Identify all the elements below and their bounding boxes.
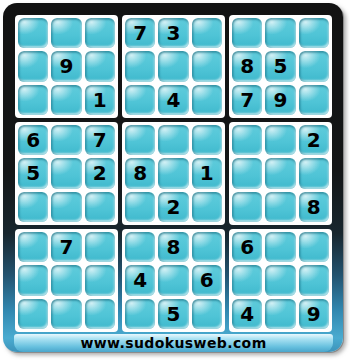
- cell-r7c9[interactable]: [299, 232, 329, 262]
- cell-r3c1[interactable]: [18, 85, 48, 115]
- cell-r3c7[interactable]: 7: [232, 85, 262, 115]
- footer-bar: www.sudokusweb.com: [14, 334, 333, 352]
- cell-r8c1[interactable]: [18, 265, 48, 295]
- cell-r2c1[interactable]: [18, 51, 48, 81]
- cell-r3c6[interactable]: [192, 85, 222, 115]
- cell-r8c8[interactable]: [265, 265, 295, 295]
- given-digit: 2: [167, 197, 181, 217]
- cell-r7c3[interactable]: [85, 232, 115, 262]
- cell-r3c5[interactable]: 4: [158, 85, 188, 115]
- given-digit: 8: [167, 237, 181, 257]
- cell-r1c8[interactable]: [265, 18, 295, 48]
- cell-r8c7[interactable]: [232, 265, 262, 295]
- given-digit: 1: [93, 90, 107, 110]
- cell-r4c8[interactable]: [265, 125, 295, 155]
- box-2: 734: [122, 15, 225, 118]
- cell-r6c9[interactable]: 8: [299, 192, 329, 222]
- cell-r9c4[interactable]: [125, 299, 155, 329]
- cell-r7c8[interactable]: [265, 232, 295, 262]
- cell-r2c7[interactable]: 8: [232, 51, 262, 81]
- cell-r1c9[interactable]: [299, 18, 329, 48]
- cell-r9c7[interactable]: 4: [232, 299, 262, 329]
- cell-r2c4[interactable]: [125, 51, 155, 81]
- given-digit: 4: [133, 270, 147, 290]
- cell-r3c3[interactable]: 1: [85, 85, 115, 115]
- box-1: 91: [15, 15, 118, 118]
- cell-r6c2[interactable]: [51, 192, 81, 222]
- cell-r1c2[interactable]: [51, 18, 81, 48]
- cell-r4c7[interactable]: [232, 125, 262, 155]
- given-digit: 4: [167, 90, 181, 110]
- cell-r8c2[interactable]: [51, 265, 81, 295]
- cell-r1c6[interactable]: [192, 18, 222, 48]
- cell-r7c7[interactable]: 6: [232, 232, 262, 262]
- cell-r3c2[interactable]: [51, 85, 81, 115]
- cell-r1c3[interactable]: [85, 18, 115, 48]
- box-7: 7: [15, 229, 118, 332]
- box-9: 649: [229, 229, 332, 332]
- cell-r6c5[interactable]: 2: [158, 192, 188, 222]
- given-digit: 9: [274, 90, 288, 110]
- cell-r5c3[interactable]: 2: [85, 158, 115, 188]
- given-digit: 2: [307, 130, 321, 150]
- given-digit: 4: [240, 304, 254, 324]
- cell-r5c7[interactable]: [232, 158, 262, 188]
- cell-r3c9[interactable]: [299, 85, 329, 115]
- cell-r8c4[interactable]: 4: [125, 265, 155, 295]
- cell-r1c4[interactable]: 7: [125, 18, 155, 48]
- cell-r5c8[interactable]: [265, 158, 295, 188]
- box-6: 28: [229, 122, 332, 225]
- sudoku-frame: 91734857967528122878465649 www.sudokuswe…: [3, 3, 343, 352]
- cell-r5c5[interactable]: [158, 158, 188, 188]
- cell-r5c4[interactable]: 8: [125, 158, 155, 188]
- cell-r6c4[interactable]: [125, 192, 155, 222]
- given-digit: 5: [26, 163, 40, 183]
- cell-r2c6[interactable]: [192, 51, 222, 81]
- cell-r8c5[interactable]: [158, 265, 188, 295]
- cell-r1c1[interactable]: [18, 18, 48, 48]
- box-5: 812: [122, 122, 225, 225]
- cell-r9c5[interactable]: 5: [158, 299, 188, 329]
- given-digit: 6: [240, 237, 254, 257]
- cell-r6c7[interactable]: [232, 192, 262, 222]
- cell-r9c3[interactable]: [85, 299, 115, 329]
- box-3: 8579: [229, 15, 332, 118]
- cell-r6c1[interactable]: [18, 192, 48, 222]
- cell-r4c2[interactable]: [51, 125, 81, 155]
- cell-r4c6[interactable]: [192, 125, 222, 155]
- cell-r9c8[interactable]: [265, 299, 295, 329]
- page: { "game": "sudoku", "position": "...73..…: [0, 0, 350, 360]
- cell-r2c2[interactable]: 9: [51, 51, 81, 81]
- cell-r8c6[interactable]: 6: [192, 265, 222, 295]
- given-digit: 1: [200, 163, 214, 183]
- cell-r9c1[interactable]: [18, 299, 48, 329]
- cell-r2c5[interactable]: [158, 51, 188, 81]
- site-url[interactable]: www.sudokusweb.com: [80, 335, 266, 351]
- cell-r9c6[interactable]: [192, 299, 222, 329]
- cell-r1c5[interactable]: 3: [158, 18, 188, 48]
- given-digit: 3: [167, 23, 181, 43]
- cell-r7c2[interactable]: 7: [51, 232, 81, 262]
- cell-r4c4[interactable]: [125, 125, 155, 155]
- cell-r5c6[interactable]: 1: [192, 158, 222, 188]
- cell-r8c9[interactable]: [299, 265, 329, 295]
- cell-r7c6[interactable]: [192, 232, 222, 262]
- cell-r7c4[interactable]: [125, 232, 155, 262]
- given-digit: 9: [307, 304, 321, 324]
- cell-r6c8[interactable]: [265, 192, 295, 222]
- cell-r9c2[interactable]: [51, 299, 81, 329]
- given-digit: 5: [167, 304, 181, 324]
- cell-r7c5[interactable]: 8: [158, 232, 188, 262]
- cell-r4c1[interactable]: 6: [18, 125, 48, 155]
- cell-r2c3[interactable]: [85, 51, 115, 81]
- cell-r4c9[interactable]: 2: [299, 125, 329, 155]
- cell-r2c8[interactable]: 5: [265, 51, 295, 81]
- given-digit: 2: [93, 163, 107, 183]
- cell-r7c1[interactable]: [18, 232, 48, 262]
- cell-r6c3[interactable]: [85, 192, 115, 222]
- cell-r1c7[interactable]: [232, 18, 262, 48]
- given-digit: 8: [133, 163, 147, 183]
- cell-r3c8[interactable]: 9: [265, 85, 295, 115]
- given-digit: 7: [240, 90, 254, 110]
- given-digit: 7: [60, 237, 74, 257]
- cell-r3c4[interactable]: [125, 85, 155, 115]
- cell-r9c9[interactable]: 9: [299, 299, 329, 329]
- given-digit: 7: [133, 23, 147, 43]
- given-digit: 8: [307, 197, 321, 217]
- sudoku-board: 91734857967528122878465649: [15, 15, 332, 332]
- cell-r2c9[interactable]: [299, 51, 329, 81]
- given-digit: 9: [60, 56, 74, 76]
- box-4: 6752: [15, 122, 118, 225]
- cell-r8c3[interactable]: [85, 265, 115, 295]
- cell-r6c6[interactable]: [192, 192, 222, 222]
- given-digit: 6: [26, 130, 40, 150]
- cell-r5c2[interactable]: [51, 158, 81, 188]
- cell-r4c5[interactable]: [158, 125, 188, 155]
- given-digit: 8: [240, 56, 254, 76]
- given-digit: 6: [200, 270, 214, 290]
- box-8: 8465: [122, 229, 225, 332]
- given-digit: 5: [274, 56, 288, 76]
- cell-r5c1[interactable]: 5: [18, 158, 48, 188]
- given-digit: 7: [93, 130, 107, 150]
- cell-r5c9[interactable]: [299, 158, 329, 188]
- cell-r4c3[interactable]: 7: [85, 125, 115, 155]
